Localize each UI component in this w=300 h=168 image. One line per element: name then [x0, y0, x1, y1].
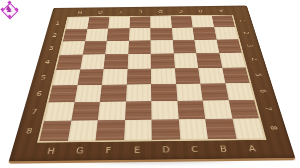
square-b2[interactable] [193, 27, 217, 40]
file-labels-bottom: HGFEDCBA [35, 138, 270, 161]
file-label-g: G [64, 140, 96, 160]
square-g6[interactable] [74, 85, 102, 102]
file-label-g: G [89, 7, 111, 17]
file-label-b: B [190, 6, 212, 16]
square-e6[interactable] [126, 84, 152, 101]
file-label-c: C [170, 6, 191, 16]
square-g3[interactable] [82, 41, 106, 55]
square-f7[interactable] [98, 101, 126, 120]
square-e1[interactable] [129, 16, 150, 28]
file-label-a: A [210, 6, 232, 16]
square-d4[interactable] [151, 54, 175, 69]
file-label-e: E [130, 7, 150, 17]
square-e8[interactable] [124, 120, 152, 141]
square-h7[interactable] [44, 102, 74, 121]
board-tilt-wrapper: HGFEDCBA HGFEDCBA 12345678 12345678 [4, 0, 295, 164]
square-c3[interactable] [172, 40, 196, 54]
square-g2[interactable] [85, 29, 108, 42]
square-h5[interactable] [53, 69, 80, 85]
square-f6[interactable] [100, 84, 127, 101]
file-label-b: B [208, 139, 240, 159]
chess-board: HGFEDCBA HGFEDCBA 12345678 12345678 [8, 6, 296, 164]
square-g1[interactable] [87, 17, 109, 29]
square-d7[interactable] [151, 101, 178, 120]
file-label-h: H [35, 141, 68, 161]
square-h2[interactable] [63, 29, 87, 42]
square-h4[interactable] [56, 55, 82, 70]
square-b8[interactable] [205, 119, 236, 140]
square-b6[interactable] [200, 83, 228, 100]
square-h1[interactable] [66, 17, 89, 29]
square-d3[interactable] [151, 40, 174, 54]
square-e2[interactable] [129, 28, 151, 41]
square-e5[interactable] [126, 68, 151, 84]
square-c5[interactable] [175, 68, 201, 84]
file-label-c: C [180, 139, 211, 159]
square-d5[interactable] [151, 68, 176, 84]
file-label-f: F [109, 7, 130, 17]
square-f8[interactable] [96, 120, 125, 141]
square-b4[interactable] [196, 53, 222, 68]
square-a8[interactable] [232, 118, 264, 139]
square-a5[interactable] [222, 67, 250, 83]
square-c4[interactable] [173, 53, 198, 68]
square-a6[interactable] [225, 83, 254, 100]
square-e7[interactable] [125, 101, 152, 120]
chess-shop-knight-logo: ♞ [1, 1, 17, 19]
square-c2[interactable] [172, 28, 195, 41]
file-label-d: D [152, 139, 182, 159]
square-h8[interactable] [39, 121, 71, 142]
file-label-e: E [123, 140, 152, 160]
square-a1[interactable] [211, 15, 234, 27]
square-b7[interactable] [203, 100, 232, 119]
square-d1[interactable] [150, 16, 171, 28]
square-c7[interactable] [177, 100, 205, 119]
square-c6[interactable] [176, 83, 203, 100]
square-a7[interactable] [228, 100, 259, 119]
square-a3[interactable] [216, 39, 241, 53]
square-b1[interactable] [191, 16, 214, 28]
square-f1[interactable] [108, 17, 130, 29]
file-label-h: H [69, 7, 91, 17]
square-d2[interactable] [150, 28, 172, 41]
square-g8[interactable] [67, 120, 97, 141]
square-f4[interactable] [104, 54, 128, 69]
square-g5[interactable] [77, 69, 103, 85]
square-c8[interactable] [178, 119, 208, 140]
square-e3[interactable] [128, 40, 151, 54]
square-c1[interactable] [171, 16, 193, 28]
square-f5[interactable] [102, 69, 127, 85]
file-label-d: D [150, 7, 171, 17]
knight-icon: ♞ [1, 3, 17, 16]
square-e4[interactable] [127, 54, 151, 69]
square-d8[interactable] [151, 119, 179, 140]
square-b5[interactable] [198, 67, 225, 83]
photo-background: ♞ HGFEDCBA HGFEDCBA 12345678 12345678 [0, 0, 300, 168]
square-h3[interactable] [60, 41, 85, 55]
file-label-a: A [236, 138, 269, 158]
square-d6[interactable] [151, 84, 177, 101]
file-label-f: F [93, 140, 123, 160]
square-f2[interactable] [107, 28, 130, 41]
square-a2[interactable] [214, 27, 238, 40]
square-h6[interactable] [48, 85, 77, 102]
playing-field [39, 15, 264, 141]
square-g4[interactable] [80, 54, 105, 69]
square-f3[interactable] [105, 41, 128, 55]
square-a4[interactable] [219, 53, 246, 68]
square-b3[interactable] [194, 40, 219, 54]
square-g7[interactable] [71, 102, 100, 121]
